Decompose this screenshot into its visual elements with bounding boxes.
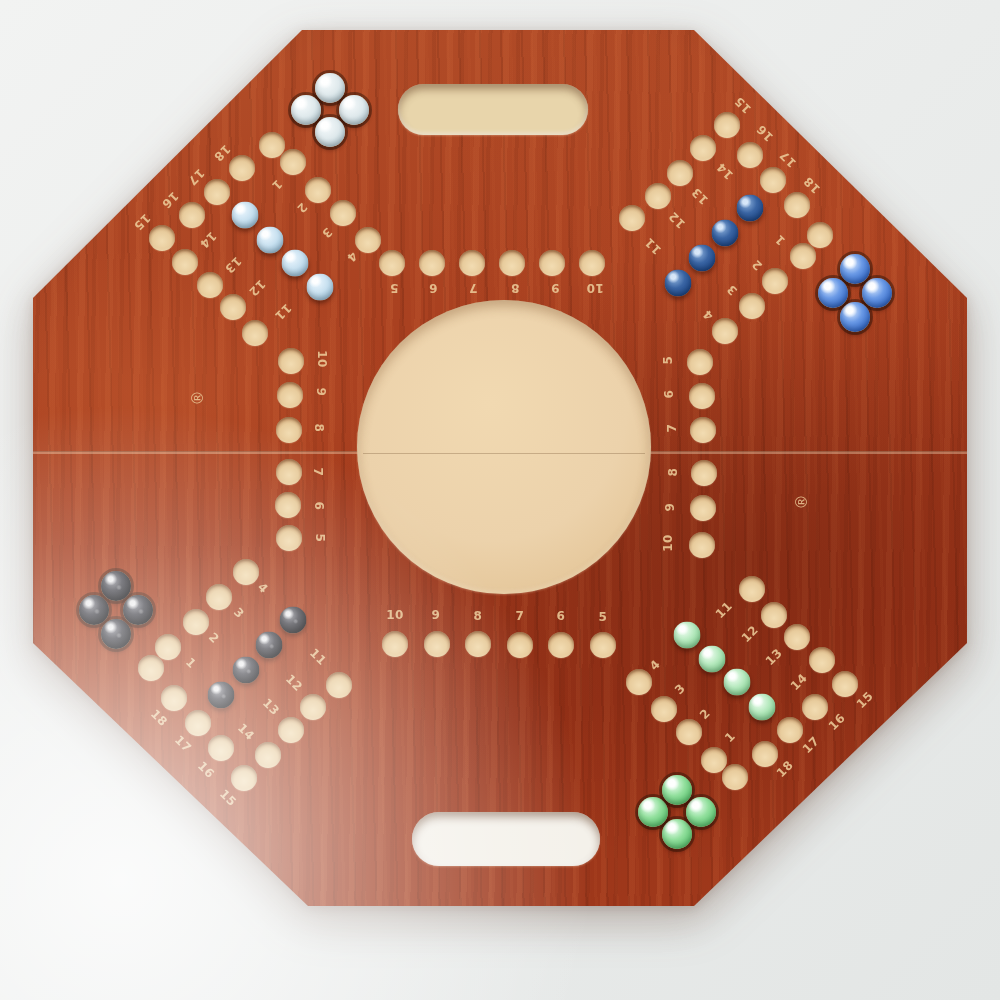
track-hole-row-white[interactable]: [499, 250, 525, 276]
start-marble-blue-top-right[interactable]: [862, 278, 892, 308]
track-hole-blue-top-right[interactable]: [760, 167, 786, 193]
track-number-row-white: 9: [551, 281, 560, 295]
track-number-row-green: 6: [557, 609, 566, 623]
start-marble-green-bottom-right[interactable]: [686, 797, 716, 827]
track-hole-black-bottom-left[interactable]: [161, 685, 187, 711]
wahoo-board: ®®12341112131415161718123411121314151617…: [0, 0, 1000, 1000]
track-hole-row-green[interactable]: [465, 631, 491, 657]
track-number-row-white: 8: [511, 281, 520, 295]
track-hole-row-green[interactable]: [507, 632, 533, 658]
track-hole-row-black[interactable]: [276, 417, 302, 443]
start-marble-black-bottom-left[interactable]: [101, 571, 131, 601]
track-hole-white-top-left[interactable]: [149, 225, 175, 251]
track-hole-blue-top-right[interactable]: [739, 293, 765, 319]
track-hole-row-blue[interactable]: [689, 383, 715, 409]
start-marble-blue-top-right[interactable]: [840, 302, 870, 332]
safe-marble-black-bottom-left[interactable]: [208, 682, 235, 709]
track-number-row-blue: 8: [666, 468, 680, 477]
track-hole-row-black[interactable]: [276, 459, 302, 485]
track-hole-white-top-left[interactable]: [242, 320, 268, 346]
track-hole-row-white[interactable]: [579, 250, 605, 276]
board-shadow-wrap: ®®12341112131415161718123411121314151617…: [0, 0, 1000, 1000]
track-number-row-black: 10: [315, 350, 329, 368]
start-marble-blue-top-right[interactable]: [840, 254, 870, 284]
track-hole-green-bottom-right[interactable]: [676, 719, 702, 745]
safe-marble-white-top-left[interactable]: [282, 250, 309, 277]
track-hole-white-top-left[interactable]: [229, 155, 255, 181]
fold-seam-across-recess: [363, 453, 645, 454]
track-hole-blue-top-right[interactable]: [714, 112, 740, 138]
track-hole-blue-top-right[interactable]: [737, 142, 763, 168]
track-number-row-green: 10: [386, 608, 404, 622]
start-marble-green-bottom-right[interactable]: [638, 797, 668, 827]
track-hole-black-bottom-left[interactable]: [138, 655, 164, 681]
track-hole-blue-top-right[interactable]: [784, 192, 810, 218]
track-hole-white-top-left[interactable]: [172, 249, 198, 275]
track-hole-green-bottom-right[interactable]: [739, 576, 765, 602]
track-hole-white-top-left[interactable]: [355, 227, 381, 253]
track-hole-black-bottom-left[interactable]: [231, 765, 257, 791]
track-hole-row-white[interactable]: [539, 250, 565, 276]
track-hole-row-green[interactable]: [424, 631, 450, 657]
track-hole-black-bottom-left[interactable]: [278, 717, 304, 743]
track-hole-row-blue[interactable]: [690, 417, 716, 443]
safe-marble-white-top-left[interactable]: [257, 227, 284, 254]
track-number-row-blue: 9: [663, 503, 677, 512]
track-hole-black-bottom-left[interactable]: [300, 694, 326, 720]
safe-marble-blue-top-right[interactable]: [712, 220, 739, 247]
track-hole-green-bottom-right[interactable]: [761, 602, 787, 628]
track-hole-black-bottom-left[interactable]: [326, 672, 352, 698]
track-hole-white-top-left[interactable]: [197, 272, 223, 298]
start-marble-blue-top-right[interactable]: [818, 278, 848, 308]
track-hole-blue-top-right[interactable]: [712, 318, 738, 344]
track-number-row-green: 7: [516, 609, 525, 623]
track-hole-green-bottom-right[interactable]: [626, 669, 652, 695]
start-marble-green-bottom-right[interactable]: [662, 819, 692, 849]
track-number-row-black: 7: [311, 468, 325, 477]
track-hole-blue-top-right[interactable]: [690, 135, 716, 161]
track-hole-row-blue[interactable]: [690, 495, 716, 521]
track-hole-green-bottom-right[interactable]: [752, 741, 778, 767]
safe-marble-black-bottom-left[interactable]: [233, 657, 260, 684]
track-hole-row-white[interactable]: [459, 250, 485, 276]
track-hole-blue-top-right[interactable]: [790, 243, 816, 269]
track-hole-black-bottom-left[interactable]: [185, 710, 211, 736]
start-marble-white-top-left[interactable]: [315, 117, 345, 147]
safe-marble-black-bottom-left[interactable]: [280, 607, 307, 634]
track-hole-green-bottom-right[interactable]: [777, 717, 803, 743]
track-hole-blue-top-right[interactable]: [762, 268, 788, 294]
track-hole-row-white[interactable]: [379, 250, 405, 276]
safe-marble-green-bottom-right[interactable]: [674, 622, 701, 649]
track-hole-row-blue[interactable]: [689, 532, 715, 558]
track-hole-row-black[interactable]: [276, 525, 302, 551]
track-hole-blue-top-right[interactable]: [667, 160, 693, 186]
track-hole-black-bottom-left[interactable]: [208, 735, 234, 761]
table-background: ®®12341112131415161718123411121314151617…: [0, 0, 1000, 1000]
track-number-row-black: 9: [314, 388, 328, 397]
track-hole-green-bottom-right[interactable]: [784, 624, 810, 650]
track-hole-white-top-left[interactable]: [220, 294, 246, 320]
track-hole-green-bottom-right[interactable]: [701, 747, 727, 773]
track-hole-white-top-left[interactable]: [305, 177, 331, 203]
safe-marble-green-bottom-right[interactable]: [699, 646, 726, 673]
track-hole-green-bottom-right[interactable]: [832, 671, 858, 697]
track-hole-white-top-left[interactable]: [204, 179, 230, 205]
carry-handle-top-cutout: [398, 84, 588, 135]
registered-trademark-mark: ®: [189, 391, 207, 406]
start-marble-black-bottom-left[interactable]: [123, 595, 153, 625]
track-number-row-blue: 5: [661, 356, 675, 365]
track-hole-black-bottom-left[interactable]: [206, 584, 232, 610]
track-hole-green-bottom-right[interactable]: [651, 696, 677, 722]
track-hole-blue-top-right[interactable]: [807, 222, 833, 248]
track-hole-black-bottom-left[interactable]: [155, 634, 181, 660]
track-hole-green-bottom-right[interactable]: [802, 694, 828, 720]
center-dice-recess: [357, 300, 651, 594]
carry-handle-bottom-cutout: [412, 812, 600, 866]
start-marble-white-top-left[interactable]: [315, 73, 345, 103]
track-number-row-green: 8: [474, 609, 483, 623]
track-number-row-white: 10: [586, 281, 604, 295]
track-hole-black-bottom-left[interactable]: [255, 742, 281, 768]
start-marble-black-bottom-left[interactable]: [79, 595, 109, 625]
track-hole-green-bottom-right[interactable]: [722, 764, 748, 790]
track-hole-blue-top-right[interactable]: [645, 183, 671, 209]
track-hole-green-bottom-right[interactable]: [809, 647, 835, 673]
track-hole-row-black[interactable]: [275, 492, 301, 518]
track-hole-row-blue[interactable]: [691, 460, 717, 486]
track-number-row-black: 8: [312, 424, 326, 433]
track-hole-row-black[interactable]: [278, 348, 304, 374]
track-number-row-white: 7: [469, 281, 478, 295]
track-number-row-white: 5: [390, 281, 399, 295]
safe-marble-white-top-left[interactable]: [307, 274, 334, 301]
safe-marble-green-bottom-right[interactable]: [749, 694, 776, 721]
track-hole-black-bottom-left[interactable]: [233, 559, 259, 585]
track-hole-white-top-left[interactable]: [280, 149, 306, 175]
start-marble-white-top-left[interactable]: [339, 95, 369, 125]
start-marble-green-bottom-right[interactable]: [662, 775, 692, 805]
safe-marble-blue-top-right[interactable]: [737, 195, 764, 222]
safe-marble-blue-top-right[interactable]: [665, 270, 692, 297]
track-number-row-blue: 10: [661, 534, 675, 552]
track-number-row-white: 6: [429, 281, 438, 295]
track-hole-row-white[interactable]: [419, 250, 445, 276]
safe-marble-green-bottom-right[interactable]: [724, 669, 751, 696]
safe-marble-white-top-left[interactable]: [232, 202, 259, 229]
track-hole-row-green[interactable]: [548, 632, 574, 658]
track-number-row-blue: 6: [662, 390, 676, 399]
safe-marble-blue-top-right[interactable]: [689, 245, 716, 272]
track-number-row-green: 9: [432, 608, 441, 622]
track-hole-black-bottom-left[interactable]: [183, 609, 209, 635]
track-hole-white-top-left[interactable]: [330, 200, 356, 226]
track-hole-row-black[interactable]: [277, 382, 303, 408]
track-number-row-blue: 7: [665, 424, 679, 433]
track-hole-row-green[interactable]: [382, 631, 408, 657]
track-number-row-green: 5: [599, 610, 608, 624]
safe-marble-black-bottom-left[interactable]: [256, 632, 283, 659]
track-hole-row-green[interactable]: [590, 632, 616, 658]
start-marble-black-bottom-left[interactable]: [101, 619, 131, 649]
start-marble-white-top-left[interactable]: [291, 95, 321, 125]
registered-trademark-mark: ®: [793, 495, 811, 510]
track-hole-white-top-left[interactable]: [179, 202, 205, 228]
track-hole-row-blue[interactable]: [687, 349, 713, 375]
track-number-row-black: 6: [312, 502, 326, 511]
track-number-row-black: 5: [313, 534, 327, 543]
track-hole-blue-top-right[interactable]: [619, 205, 645, 231]
